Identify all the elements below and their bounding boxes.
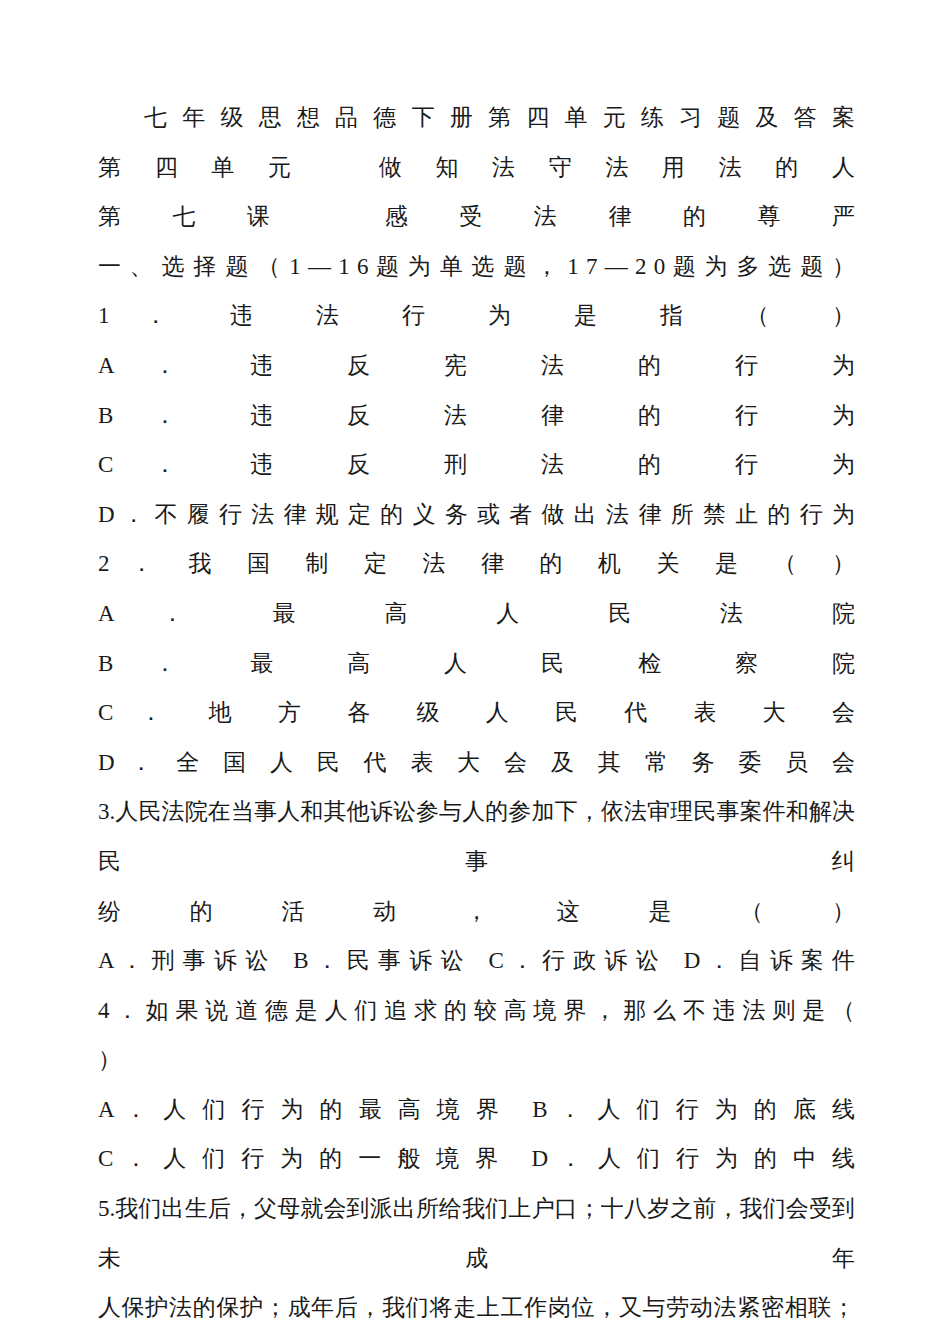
question-2-option-b: B ． 最 高 人 民 检 察 院 bbox=[98, 639, 855, 689]
question-1-option-c: C ． 违 反 刑 法 的 行 为 bbox=[98, 440, 855, 490]
question-3-options: A ． 刑 事 诉 讼 B ． 民 事 诉 讼 C ． 行 政 诉 讼 D ． … bbox=[98, 936, 855, 986]
question-4-options-ab: A ． 人 们 行 为 的 最 高 境 界 B ． 人 们 行 为 的 底 线 bbox=[98, 1085, 855, 1135]
document-title: 七 年 级 思 想 品 德 下 册 第 四 单 元 练 习 题 及 答 案 bbox=[98, 93, 855, 143]
question-5-line-1: 5.我们出生后，父母就会到派出所给我们上户口；十八岁之前，我们会受到未成年 bbox=[98, 1184, 855, 1283]
section-heading: 一 、 选 择 题 （ 1 — 1 6 题 为 单 选 题 ， 1 7 — 2 … bbox=[98, 242, 855, 292]
question-5-line-2: 人保护法的保护；成年后，我们将走上工作岗位，又与劳动法紧密相联；到了一定 bbox=[98, 1283, 855, 1337]
question-3-line-2: 纷 的 活 动 ， 这 是 （ ） bbox=[98, 887, 855, 937]
question-1: 1 ． 违 法 行 为 是 指 （ ） bbox=[98, 291, 855, 341]
worksheet-page: 七 年 级 思 想 品 德 下 册 第 四 单 元 练 习 题 及 答 案 第 … bbox=[0, 0, 945, 1337]
question-1-option-b: B ． 违 反 法 律 的 行 为 bbox=[98, 391, 855, 441]
question-2: 2 ． 我 国 制 定 法 律 的 机 关 是 （ ） bbox=[98, 539, 855, 589]
question-2-option-d: D ． 全 国 人 民 代 表 大 会 及 其 常 务 委 员 会 bbox=[98, 738, 855, 788]
question-2-option-c: C ． 地 方 各 级 人 民 代 表 大 会 bbox=[98, 688, 855, 738]
lesson-heading: 第 七 课 感 受 法 律 的 尊 严 bbox=[98, 192, 855, 242]
question-4-options-cd: C ． 人 们 行 为 的 一 般 境 界 D ． 人 们 行 为 的 中 线 bbox=[98, 1134, 855, 1184]
question-1-option-a: A ． 违 反 宪 法 的 行 为 bbox=[98, 341, 855, 391]
question-3-line-1: 3.人民法院在当事人和其他诉讼参与人的参加下，依法审理民事案件和解决民事纠 bbox=[98, 787, 855, 886]
question-1-option-d: D ． 不 履 行 法 律 规 定 的 义 务 或 者 做 出 法 律 所 禁 … bbox=[98, 490, 855, 540]
unit-heading: 第 四 单 元 做 知 法 守 法 用 法 的 人 bbox=[98, 143, 855, 193]
question-2-option-a: A ． 最 高 人 民 法 院 bbox=[98, 589, 855, 639]
question-4: 4 ． 如 果 说 道 德 是 人 们 追 求 的 较 高 境 界 ， 那 么 … bbox=[98, 986, 855, 1085]
